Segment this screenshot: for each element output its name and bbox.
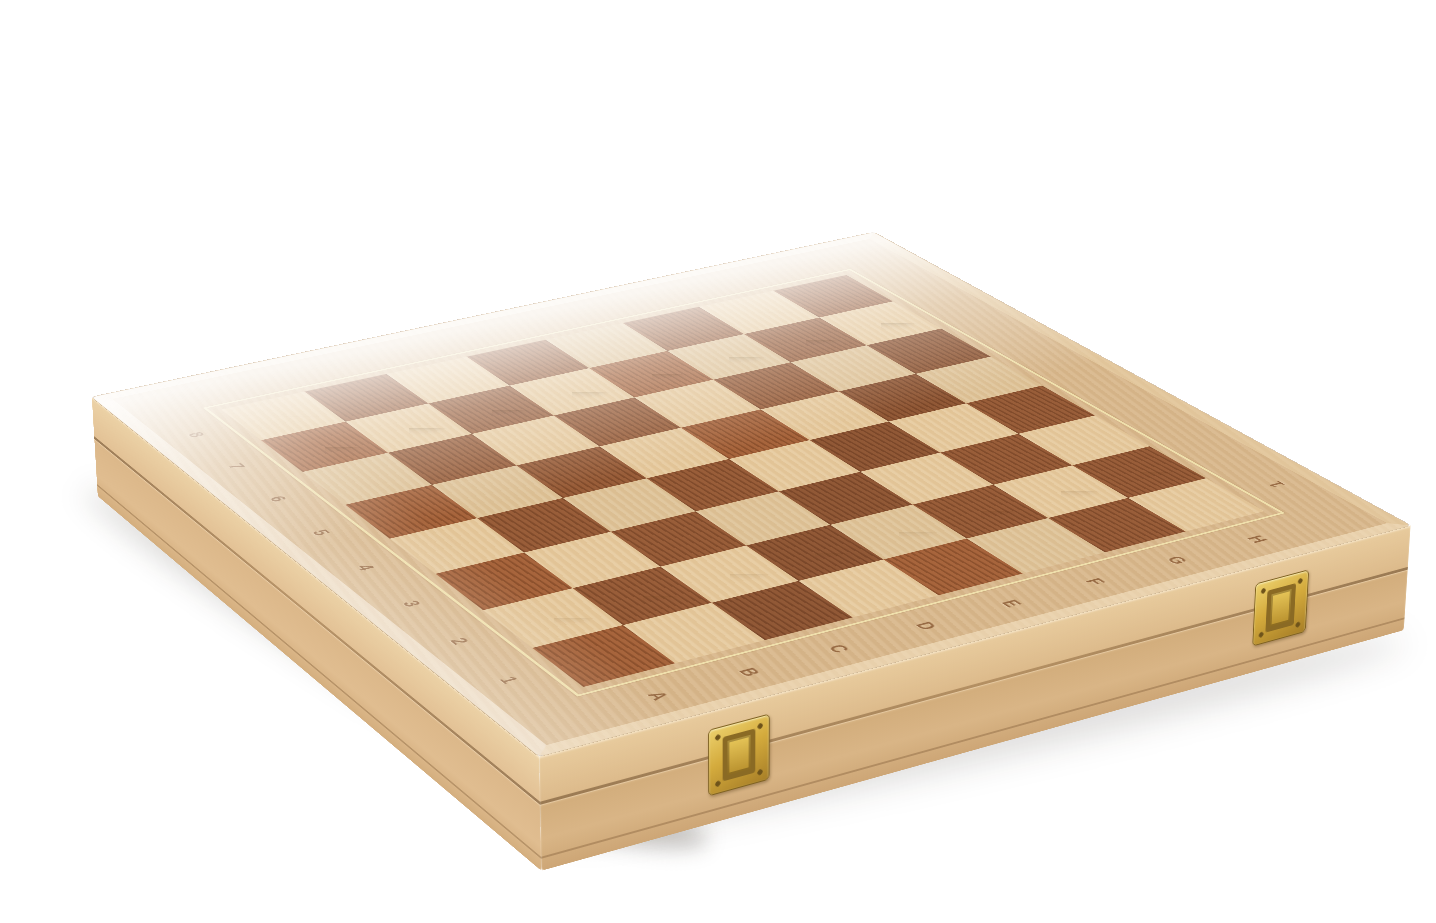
- scene: 87654321ABCDEFGH1 ♜♞♝♛♚♝♞♜♟♟♟♟♟♟♟♟♟♟♟♟♟♟…: [0, 0, 1436, 923]
- rank-label-4: 4: [351, 562, 379, 572]
- file-label-f: F: [1080, 577, 1109, 587]
- chess-box: 87654321ABCDEFGH1 ♜♞♝♛♚♝♞♜♟♟♟♟♟♟♟♟♟♟♟♟♟♟…: [92, 232, 1411, 756]
- latch-front-2: [1253, 569, 1310, 646]
- file-label-g: G: [1161, 555, 1192, 566]
- rank-label-8: 8: [183, 430, 210, 439]
- rank-label-7: 7: [223, 462, 250, 471]
- rank-label-1: 1: [494, 674, 524, 685]
- file-label-c: C: [823, 643, 854, 655]
- rank-label-3: 3: [397, 598, 426, 608]
- file-label-e: E: [996, 598, 1026, 609]
- square-d1: [799, 559, 939, 617]
- file-label-h: H: [1242, 534, 1272, 545]
- file-label-b: B: [733, 666, 765, 678]
- rank-label-6: 6: [264, 494, 291, 503]
- file-label-d: D: [910, 620, 941, 632]
- file-label-a: A: [642, 690, 674, 703]
- rank-label-2: 2: [445, 636, 474, 646]
- latch-front-1: [708, 714, 770, 797]
- right-rank-label-1: 1: [1263, 480, 1290, 489]
- rank-label-5: 5: [307, 528, 335, 537]
